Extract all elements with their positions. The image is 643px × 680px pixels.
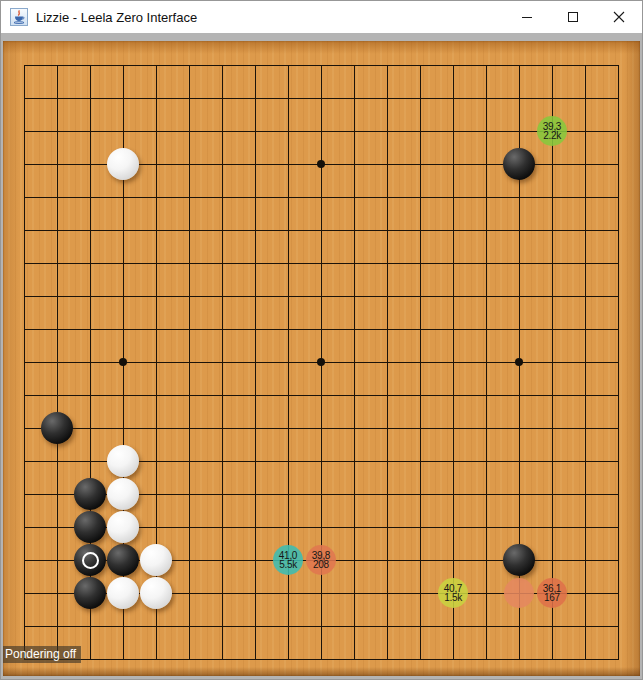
window-content: 39,32.2k41,05.5k39,820840,71.5k36,1167 P… <box>1 33 642 679</box>
white-stone-D3 <box>107 577 139 609</box>
analysis-circle-K4[interactable]: 39,8208 <box>306 545 336 575</box>
white-stone-E3 <box>140 577 172 609</box>
lizzie-window: Lizzie - Leela Zero Interface 39,32.2k41… <box>0 0 643 680</box>
black-stone-C3 <box>74 577 106 609</box>
java-coffee-cup-glyph <box>12 10 26 24</box>
white-stone-D7 <box>107 445 139 477</box>
visits-label: 208 <box>313 560 329 570</box>
pondering-status: Pondering off <box>3 646 81 663</box>
analysis-circle-O3[interactable]: 40,71.5k <box>438 578 468 608</box>
analysis-circle-J4[interactable]: 41,05.5k <box>273 545 303 575</box>
visits-label: 167 <box>544 593 560 603</box>
white-stone-E4 <box>140 544 172 576</box>
black-stone-Q16 <box>503 148 535 180</box>
white-stone-D6 <box>107 478 139 510</box>
black-stone-C6 <box>74 478 106 510</box>
black-stone-C5 <box>74 511 106 543</box>
window-controls <box>504 1 642 33</box>
visits-label: 5.5k <box>279 560 297 570</box>
black-stone-B8 <box>41 412 73 444</box>
board-grid: 39,32.2k41,05.5k39,820840,71.5k36,1167 <box>8 49 635 676</box>
analysis-circle-R3[interactable]: 36,1167 <box>537 578 567 608</box>
close-icon <box>613 11 625 23</box>
visits-label: 1.5k <box>444 593 462 603</box>
java-coffee-cup-icon[interactable] <box>10 8 28 26</box>
black-stone-C4 <box>74 544 106 576</box>
minimize-button[interactable] <box>504 1 550 33</box>
analysis-circle-R17[interactable]: 39,32.2k <box>537 116 567 146</box>
white-stone-D5 <box>107 511 139 543</box>
close-button[interactable] <box>596 1 642 33</box>
go-board[interactable]: 39,32.2k41,05.5k39,820840,71.5k36,1167 P… <box>3 41 640 676</box>
minimize-icon <box>522 17 532 18</box>
visits-label: 2.2k <box>543 131 561 141</box>
black-stone-D4 <box>107 544 139 576</box>
analysis-circle-Q3[interactable] <box>504 578 534 608</box>
maximize-button[interactable] <box>550 1 596 33</box>
last-move-marker <box>82 552 99 569</box>
black-stone-Q4 <box>503 544 535 576</box>
white-stone-D16 <box>107 148 139 180</box>
maximize-icon <box>568 12 578 22</box>
window-titlebar[interactable]: Lizzie - Leela Zero Interface <box>1 1 642 33</box>
window-title: Lizzie - Leela Zero Interface <box>36 10 197 25</box>
